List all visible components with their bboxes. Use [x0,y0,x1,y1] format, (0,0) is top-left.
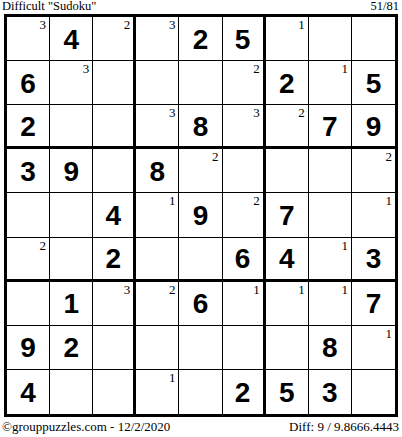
cell-r4c3[interactable] [93,149,136,193]
cell-r4c8[interactable] [309,149,352,193]
cell-value: 9 [7,326,49,369]
cell-r2c6[interactable]: 2 [223,61,266,105]
pencil-mark: 1 [341,62,348,75]
cell-r4c7[interactable] [266,149,309,193]
cell-r3c7[interactable]: 2 [266,105,309,149]
cell-value: 5 [352,61,395,104]
cell-r8c8[interactable]: 8 [309,326,352,370]
cell-r2c2[interactable]: 3 [50,61,93,105]
cell-r7c8[interactable]: 1 [309,282,352,326]
progress-counter: 51/81 [371,0,399,13]
cell-value: 1 [50,282,92,325]
pencil-mark: 1 [341,239,348,252]
cell-r8c5[interactable] [179,326,222,370]
cell-r4c9[interactable]: 2 [352,149,395,193]
cell-r2c5[interactable] [179,61,222,105]
cell-r5c3[interactable]: 4 [93,193,136,237]
sudoku-board: 3423251632215238327939822419271226413132… [4,14,398,417]
cell-value: 9 [179,193,221,236]
pencil-mark: 3 [169,106,176,119]
cell-value: 9 [50,149,92,192]
cell-r6c1[interactable]: 2 [7,238,50,282]
cell-r2c8[interactable]: 1 [309,61,352,105]
cell-r1c4[interactable]: 3 [136,17,179,61]
cell-value: 7 [266,193,308,236]
pencil-mark: 1 [385,194,392,207]
cell-value: 7 [309,105,351,146]
cell-r5c4[interactable]: 1 [136,193,179,237]
cell-r2c4[interactable] [136,61,179,105]
cell-r9c1[interactable]: 4 [7,370,50,414]
cell-r7c3[interactable]: 3 [93,282,136,326]
pencil-mark: 2 [253,194,260,207]
cell-value: 6 [179,282,221,325]
pencil-mark: 2 [124,18,131,31]
cell-r3c6[interactable]: 3 [223,105,266,149]
cell-r9c3[interactable] [93,370,136,414]
cell-r3c5[interactable]: 8 [179,105,222,149]
cell-r1c3[interactable]: 2 [93,17,136,61]
cell-value: 4 [50,17,92,60]
cell-r2c9[interactable]: 5 [352,61,395,105]
cell-r7c1[interactable] [7,282,50,326]
cell-r1c8[interactable] [309,17,352,61]
header: Difficult "Sudoku" 51/81 [2,0,399,14]
cell-r9c2[interactable] [50,370,93,414]
cell-r8c6[interactable] [223,326,266,370]
cell-value: 3 [7,149,49,192]
difficulty-text: Diff: 9 / 9.8666.4443 [289,420,399,434]
pencil-mark: 2 [385,150,392,163]
cell-value: 2 [50,326,92,369]
pencil-mark: 1 [253,283,260,296]
cell-r5c2[interactable] [50,193,93,237]
cell-r1c6[interactable]: 5 [223,17,266,61]
cell-value: 6 [7,61,49,104]
cell-r1c5[interactable]: 2 [179,17,222,61]
sudoku-page: Difficult "Sudoku" 51/81 342325163221523… [0,0,402,437]
pencil-mark: 2 [169,283,176,296]
cell-r3c4[interactable]: 3 [136,105,179,149]
cell-value: 9 [352,105,395,146]
cell-r9c9[interactable] [352,370,395,414]
cell-value: 5 [223,17,263,60]
cell-r5c6[interactable]: 2 [223,193,266,237]
cell-r4c4[interactable]: 8 [136,149,179,193]
cell-r3c8[interactable]: 7 [309,105,352,149]
cell-r3c1[interactable]: 2 [7,105,50,149]
cell-r7c7[interactable]: 1 [266,282,309,326]
cell-r1c7[interactable]: 1 [266,17,309,61]
cell-r5c8[interactable] [309,193,352,237]
cell-r4c5[interactable]: 2 [179,149,222,193]
pencil-mark: 1 [169,371,176,384]
cell-r8c9[interactable]: 1 [352,326,395,370]
cell-r4c2[interactable]: 9 [50,149,93,193]
pencil-mark: 1 [341,283,348,296]
cell-r2c1[interactable]: 6 [7,61,50,105]
cell-r8c1[interactable]: 9 [7,326,50,370]
cell-r7c4[interactable]: 2 [136,282,179,326]
cell-r8c2[interactable]: 2 [50,326,93,370]
pencil-mark: 3 [169,18,176,31]
cell-value: 4 [93,193,133,236]
cell-r1c2[interactable]: 4 [50,17,93,61]
pencil-mark: 3 [83,62,90,75]
cell-r3c9[interactable]: 9 [352,105,395,149]
cell-r4c6[interactable] [223,149,266,193]
cell-r2c3[interactable] [93,61,136,105]
cell-value: 5 [266,370,308,414]
cell-r5c9[interactable]: 1 [352,193,395,237]
cell-r8c4[interactable] [136,326,179,370]
pencil-mark: 3 [253,106,260,119]
cell-r7c6[interactable]: 1 [223,282,266,326]
cell-r7c5[interactable]: 6 [179,282,222,326]
cell-r6c8[interactable]: 1 [309,238,352,282]
cell-r4c1[interactable]: 3 [7,149,50,193]
cell-r5c1[interactable] [7,193,50,237]
cell-value: 2 [266,61,308,104]
cell-r6c2[interactable] [50,238,93,282]
cell-r9c8[interactable]: 3 [309,370,352,414]
cell-r6c6[interactable]: 6 [223,238,266,282]
puzzle-title: Difficult "Sudoku" [2,0,96,13]
cell-r8c7[interactable] [266,326,309,370]
cell-r3c3[interactable] [93,105,136,149]
pencil-mark: 3 [124,283,131,296]
pencil-mark: 2 [253,62,260,75]
pencil-mark: 2 [212,150,219,163]
cell-r1c9[interactable] [352,17,395,61]
footer: ©grouppuzzles.com - 12/2/2020 Diff: 9 / … [2,419,399,434]
cell-r7c9[interactable]: 7 [352,282,395,326]
cell-r2c7[interactable]: 2 [266,61,309,105]
cell-value: 2 [179,17,221,60]
pencil-mark: 2 [298,106,305,119]
cell-value: 4 [266,238,308,279]
cell-value: 7 [352,282,395,325]
cell-value: 2 [223,370,263,414]
pencil-mark: 3 [40,18,47,31]
copyright-text: ©grouppuzzles.com - 12/2/2020 [2,420,170,434]
cell-value: 2 [7,105,49,146]
cell-value: 8 [136,149,178,192]
cell-value: 3 [352,238,395,279]
cell-r9c4[interactable]: 1 [136,370,179,414]
cell-value: 8 [309,326,351,369]
cell-value: 3 [309,370,351,414]
cell-value: 4 [7,370,49,414]
cell-r6c3[interactable]: 2 [93,238,136,282]
cell-r7c2[interactable]: 1 [50,282,93,326]
cell-r6c4[interactable] [136,238,179,282]
cell-r8c3[interactable] [93,326,136,370]
cell-r1c1[interactable]: 3 [7,17,50,61]
cell-r9c7[interactable]: 5 [266,370,309,414]
pencil-mark: 1 [298,18,305,31]
cell-r5c5[interactable]: 9 [179,193,222,237]
cell-r5c7[interactable]: 7 [266,193,309,237]
cell-r6c5[interactable] [179,238,222,282]
cell-value: 2 [93,238,133,279]
pencil-mark: 1 [385,327,392,340]
cell-r6c7[interactable]: 4 [266,238,309,282]
pencil-mark: 2 [40,239,47,252]
cell-r9c5[interactable] [179,370,222,414]
pencil-mark: 1 [298,283,305,296]
cell-r6c9[interactable]: 3 [352,238,395,282]
pencil-mark: 1 [169,194,176,207]
cell-value: 8 [179,105,221,146]
cell-value: 6 [223,238,263,279]
cell-r3c2[interactable] [50,105,93,149]
cell-r9c6[interactable]: 2 [223,370,266,414]
